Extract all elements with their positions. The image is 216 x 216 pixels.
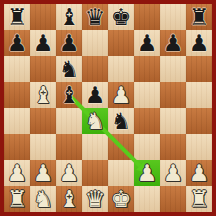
square-h5[interactable] — [186, 82, 212, 108]
square-a4[interactable] — [4, 108, 30, 134]
white-king-icon[interactable]: ♚ — [111, 186, 132, 212]
square-c7[interactable]: ♟ — [56, 30, 82, 56]
white-pawn-icon[interactable]: ♟ — [33, 160, 54, 186]
square-c4[interactable] — [56, 108, 82, 134]
square-g3[interactable] — [160, 134, 186, 160]
black-rook-icon[interactable]: ♜ — [189, 4, 210, 30]
black-king-icon[interactable]: ♚ — [111, 4, 132, 30]
square-c1[interactable]: ♝ — [56, 186, 82, 212]
square-f5[interactable] — [134, 82, 160, 108]
board-grid: ♜♝♛♚♜♟♟♟♟♟♟♞♝♝♟♟♞♞♟♟♟♟♟♟♜♞♝♛♚♜ — [4, 4, 212, 212]
white-pawn-icon[interactable]: ♟ — [111, 82, 132, 108]
square-b8[interactable] — [30, 4, 56, 30]
square-b5[interactable]: ♝ — [30, 82, 56, 108]
black-pawn-icon[interactable]: ♟ — [163, 30, 184, 56]
square-a1[interactable]: ♜ — [4, 186, 30, 212]
square-g4[interactable] — [160, 108, 186, 134]
white-pawn-icon[interactable]: ♟ — [7, 160, 28, 186]
square-b3[interactable] — [30, 134, 56, 160]
square-c5[interactable]: ♝ — [56, 82, 82, 108]
black-pawn-icon[interactable]: ♟ — [59, 30, 80, 56]
white-pawn-icon[interactable]: ♟ — [189, 160, 210, 186]
square-f6[interactable] — [134, 56, 160, 82]
square-d2[interactable] — [82, 160, 108, 186]
square-a8[interactable]: ♜ — [4, 4, 30, 30]
square-d3[interactable] — [82, 134, 108, 160]
square-f8[interactable] — [134, 4, 160, 30]
square-g8[interactable] — [160, 4, 186, 30]
white-knight-icon[interactable]: ♞ — [85, 108, 106, 134]
black-bishop-icon[interactable]: ♝ — [59, 82, 80, 108]
black-queen-icon[interactable]: ♛ — [85, 4, 106, 30]
square-e8[interactable]: ♚ — [108, 4, 134, 30]
square-c8[interactable]: ♝ — [56, 4, 82, 30]
square-f1[interactable] — [134, 186, 160, 212]
square-b4[interactable] — [30, 108, 56, 134]
square-d4[interactable]: ♞ — [82, 108, 108, 134]
square-e1[interactable]: ♚ — [108, 186, 134, 212]
square-e3[interactable] — [108, 134, 134, 160]
square-b6[interactable] — [30, 56, 56, 82]
black-rook-icon[interactable]: ♜ — [7, 4, 28, 30]
square-g2[interactable]: ♟ — [160, 160, 186, 186]
white-queen-icon[interactable]: ♛ — [85, 186, 106, 212]
square-h1[interactable]: ♜ — [186, 186, 212, 212]
square-h8[interactable]: ♜ — [186, 4, 212, 30]
black-knight-icon[interactable]: ♞ — [111, 108, 132, 134]
square-e7[interactable] — [108, 30, 134, 56]
square-h3[interactable] — [186, 134, 212, 160]
square-f2[interactable]: ♟ — [134, 160, 160, 186]
square-g6[interactable] — [160, 56, 186, 82]
white-pawn-icon[interactable]: ♟ — [137, 160, 158, 186]
square-f3[interactable] — [134, 134, 160, 160]
square-f4[interactable] — [134, 108, 160, 134]
square-g7[interactable]: ♟ — [160, 30, 186, 56]
black-pawn-icon[interactable]: ♟ — [85, 82, 106, 108]
square-f7[interactable]: ♟ — [134, 30, 160, 56]
square-c6[interactable]: ♞ — [56, 56, 82, 82]
white-pawn-icon[interactable]: ♟ — [163, 160, 184, 186]
square-e5[interactable]: ♟ — [108, 82, 134, 108]
white-rook-icon[interactable]: ♜ — [189, 186, 210, 212]
square-e4[interactable]: ♞ — [108, 108, 134, 134]
square-e2[interactable] — [108, 160, 134, 186]
black-bishop-icon[interactable]: ♝ — [59, 4, 80, 30]
square-a2[interactable]: ♟ — [4, 160, 30, 186]
square-a3[interactable] — [4, 134, 30, 160]
white-rook-icon[interactable]: ♜ — [7, 186, 28, 212]
square-a5[interactable] — [4, 82, 30, 108]
square-d8[interactable]: ♛ — [82, 4, 108, 30]
black-knight-icon[interactable]: ♞ — [59, 56, 80, 82]
square-e6[interactable] — [108, 56, 134, 82]
square-g1[interactable] — [160, 186, 186, 212]
square-a7[interactable]: ♟ — [4, 30, 30, 56]
black-pawn-icon[interactable]: ♟ — [189, 30, 210, 56]
square-h2[interactable]: ♟ — [186, 160, 212, 186]
white-bishop-icon[interactable]: ♝ — [33, 82, 54, 108]
square-c3[interactable] — [56, 134, 82, 160]
white-knight-icon[interactable]: ♞ — [33, 186, 54, 212]
square-b2[interactable]: ♟ — [30, 160, 56, 186]
white-pawn-icon[interactable]: ♟ — [59, 160, 80, 186]
black-pawn-icon[interactable]: ♟ — [33, 30, 54, 56]
square-h7[interactable]: ♟ — [186, 30, 212, 56]
white-bishop-icon[interactable]: ♝ — [59, 186, 80, 212]
square-d7[interactable] — [82, 30, 108, 56]
square-b1[interactable]: ♞ — [30, 186, 56, 212]
square-a6[interactable] — [4, 56, 30, 82]
square-h6[interactable] — [186, 56, 212, 82]
square-d5[interactable]: ♟ — [82, 82, 108, 108]
chess-board: ♜♝♛♚♜♟♟♟♟♟♟♞♝♝♟♟♞♞♟♟♟♟♟♟♜♞♝♛♚♜ — [0, 0, 216, 216]
square-h4[interactable] — [186, 108, 212, 134]
square-g5[interactable] — [160, 82, 186, 108]
square-d1[interactable]: ♛ — [82, 186, 108, 212]
square-d6[interactable] — [82, 56, 108, 82]
square-c2[interactable]: ♟ — [56, 160, 82, 186]
black-pawn-icon[interactable]: ♟ — [137, 30, 158, 56]
black-pawn-icon[interactable]: ♟ — [7, 30, 28, 56]
square-b7[interactable]: ♟ — [30, 30, 56, 56]
